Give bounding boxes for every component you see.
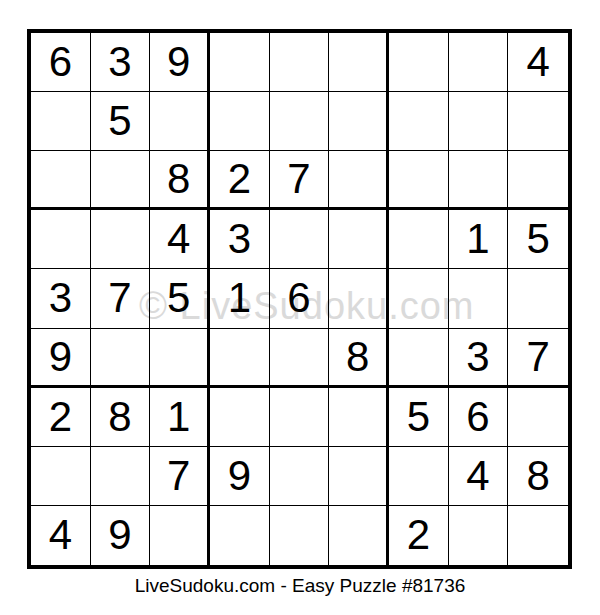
cell-r6c8[interactable]: 3 [449, 329, 509, 388]
cell-r3c4[interactable]: 2 [210, 151, 270, 210]
cell-r1c2[interactable]: 3 [91, 33, 151, 92]
cell-r1c7[interactable] [389, 33, 449, 92]
cell-r9c2[interactable]: 9 [91, 506, 151, 565]
cell-r7c5[interactable] [270, 388, 330, 447]
cell-r5c3[interactable]: 5 [150, 269, 210, 328]
cell-r8c3[interactable]: 7 [150, 447, 210, 506]
cell-r1c1[interactable]: 6 [31, 33, 91, 92]
cell-r8c7[interactable] [389, 447, 449, 506]
cell-r8c6[interactable] [329, 447, 389, 506]
cell-r7c8[interactable]: 6 [449, 388, 509, 447]
cell-r6c1[interactable]: 9 [31, 329, 91, 388]
cell-r1c9[interactable]: 4 [508, 33, 568, 92]
cell-r6c9[interactable]: 7 [508, 329, 568, 388]
cell-r4c5[interactable] [270, 210, 330, 269]
cell-r1c8[interactable] [449, 33, 509, 92]
cell-r6c2[interactable] [91, 329, 151, 388]
cell-r4c4[interactable]: 3 [210, 210, 270, 269]
cell-r9c8[interactable] [449, 506, 509, 565]
cell-r5c5[interactable]: 6 [270, 269, 330, 328]
sudoku-page: © LiveSudoku.com 63945827431537516983728… [0, 0, 600, 615]
cell-r7c2[interactable]: 8 [91, 388, 151, 447]
cell-r5c6[interactable] [329, 269, 389, 328]
cell-r6c3[interactable] [150, 329, 210, 388]
cell-r6c6[interactable]: 8 [329, 329, 389, 388]
cell-r3c3[interactable]: 8 [150, 151, 210, 210]
cell-r9c1[interactable]: 4 [31, 506, 91, 565]
cell-r7c7[interactable]: 5 [389, 388, 449, 447]
cell-r2c9[interactable] [508, 92, 568, 151]
cell-r5c7[interactable] [389, 269, 449, 328]
cell-r5c9[interactable] [508, 269, 568, 328]
cell-r9c6[interactable] [329, 506, 389, 565]
cell-r5c2[interactable]: 7 [91, 269, 151, 328]
cell-r2c1[interactable] [31, 92, 91, 151]
cell-r8c5[interactable] [270, 447, 330, 506]
cell-r4c1[interactable] [31, 210, 91, 269]
cell-r5c1[interactable]: 3 [31, 269, 91, 328]
cell-r8c9[interactable]: 8 [508, 447, 568, 506]
cell-r7c1[interactable]: 2 [31, 388, 91, 447]
cell-r6c7[interactable] [389, 329, 449, 388]
sudoku-board: © LiveSudoku.com 63945827431537516983728… [27, 29, 572, 569]
cell-r8c8[interactable]: 4 [449, 447, 509, 506]
cell-r8c2[interactable] [91, 447, 151, 506]
cell-r5c8[interactable] [449, 269, 509, 328]
cell-r3c5[interactable]: 7 [270, 151, 330, 210]
cell-r9c7[interactable]: 2 [389, 506, 449, 565]
cell-r3c1[interactable] [31, 151, 91, 210]
cell-r5c4[interactable]: 1 [210, 269, 270, 328]
cell-r7c4[interactable] [210, 388, 270, 447]
cell-r2c7[interactable] [389, 92, 449, 151]
cell-r2c5[interactable] [270, 92, 330, 151]
cell-r3c8[interactable] [449, 151, 509, 210]
cell-r9c4[interactable] [210, 506, 270, 565]
cell-r4c8[interactable]: 1 [449, 210, 509, 269]
puzzle-caption: LiveSudoku.com - Easy Puzzle #81736 [0, 575, 600, 597]
cell-r3c7[interactable] [389, 151, 449, 210]
cell-r4c6[interactable] [329, 210, 389, 269]
cell-r2c6[interactable] [329, 92, 389, 151]
cell-r8c4[interactable]: 9 [210, 447, 270, 506]
cell-r2c8[interactable] [449, 92, 509, 151]
cell-r2c2[interactable]: 5 [91, 92, 151, 151]
cell-r2c3[interactable] [150, 92, 210, 151]
cell-r4c9[interactable]: 5 [508, 210, 568, 269]
cell-r9c5[interactable] [270, 506, 330, 565]
cell-r1c3[interactable]: 9 [150, 33, 210, 92]
cell-r8c1[interactable] [31, 447, 91, 506]
cell-r9c9[interactable] [508, 506, 568, 565]
cell-r1c5[interactable] [270, 33, 330, 92]
cell-r6c4[interactable] [210, 329, 270, 388]
cell-r4c3[interactable]: 4 [150, 210, 210, 269]
cell-r3c9[interactable] [508, 151, 568, 210]
cell-r2c4[interactable] [210, 92, 270, 151]
cell-r3c2[interactable] [91, 151, 151, 210]
cell-r7c6[interactable] [329, 388, 389, 447]
cell-r7c9[interactable] [508, 388, 568, 447]
cell-r9c3[interactable] [150, 506, 210, 565]
cell-r6c5[interactable] [270, 329, 330, 388]
cell-r7c3[interactable]: 1 [150, 388, 210, 447]
cell-r4c2[interactable] [91, 210, 151, 269]
cell-r1c6[interactable] [329, 33, 389, 92]
cell-r3c6[interactable] [329, 151, 389, 210]
cell-r1c4[interactable] [210, 33, 270, 92]
cell-r4c7[interactable] [389, 210, 449, 269]
